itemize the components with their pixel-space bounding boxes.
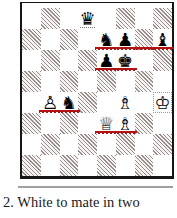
white-king-piece: ♔ <box>155 92 171 113</box>
square-d5[interactable] <box>78 71 97 92</box>
black-knight-piece: ♞ <box>98 29 114 50</box>
square-f1[interactable] <box>116 155 135 176</box>
square-a3[interactable] <box>22 113 41 134</box>
square-g1[interactable] <box>135 155 154 176</box>
white-bishop-piece: ♗ <box>117 113 133 134</box>
square-c2[interactable] <box>60 134 79 155</box>
square-f6[interactable]: ♚ <box>116 50 135 71</box>
square-f8[interactable] <box>116 8 135 29</box>
square-c1[interactable] <box>60 155 79 176</box>
square-e2[interactable] <box>97 134 116 155</box>
square-a7[interactable] <box>22 29 41 50</box>
square-f3[interactable]: ♗ <box>116 113 135 134</box>
square-e4[interactable] <box>97 92 116 113</box>
square-a5[interactable] <box>22 71 41 92</box>
square-h8[interactable] <box>153 8 172 29</box>
square-c5[interactable] <box>60 71 79 92</box>
black-queen-piece: ♛ <box>80 8 96 29</box>
square-a1[interactable] <box>22 155 41 176</box>
square-e8[interactable] <box>97 8 116 29</box>
square-d8[interactable]: ♛ <box>78 8 97 29</box>
black-bishop-piece: ♝ <box>155 29 171 50</box>
black-knight-piece: ♞ <box>61 92 77 113</box>
square-g2[interactable] <box>135 134 154 155</box>
square-a6[interactable] <box>22 50 41 71</box>
square-d4[interactable] <box>78 92 97 113</box>
white-bishop-piece: ♗ <box>117 92 133 113</box>
square-b2[interactable] <box>41 134 60 155</box>
square-h4[interactable]: ♔ <box>153 92 172 113</box>
board-grid: ♛♞♟♝♟♚♙♞♗♔♕♗ <box>22 8 172 176</box>
square-c3[interactable] <box>60 113 79 134</box>
square-f4[interactable]: ♗ <box>116 92 135 113</box>
square-f2[interactable] <box>116 134 135 155</box>
square-h5[interactable] <box>153 71 172 92</box>
square-b6[interactable] <box>41 50 60 71</box>
square-a2[interactable] <box>22 134 41 155</box>
black-pawn-piece: ♟ <box>117 29 133 50</box>
square-h2[interactable] <box>153 134 172 155</box>
white-pawn-piece: ♙ <box>42 92 58 113</box>
square-h6[interactable] <box>153 50 172 71</box>
square-a8[interactable] <box>22 8 41 29</box>
square-g8[interactable] <box>135 8 154 29</box>
black-king-piece: ♚ <box>117 50 133 71</box>
black-pawn-piece: ♟ <box>98 50 114 71</box>
puzzle-caption: 2. White to mate in two <box>3 193 175 211</box>
square-h1[interactable] <box>153 155 172 176</box>
square-g3[interactable] <box>135 113 154 134</box>
square-b8[interactable] <box>41 8 60 29</box>
square-b1[interactable] <box>41 155 60 176</box>
square-h7[interactable]: ♝ <box>153 29 172 50</box>
square-c4[interactable]: ♞ <box>60 92 79 113</box>
square-e1[interactable] <box>97 155 116 176</box>
square-c7[interactable] <box>60 29 79 50</box>
square-f5[interactable] <box>116 71 135 92</box>
square-g5[interactable] <box>135 71 154 92</box>
square-g6[interactable] <box>135 50 154 71</box>
square-b3[interactable] <box>41 113 60 134</box>
square-d1[interactable] <box>78 155 97 176</box>
divider-line <box>18 186 173 188</box>
square-h3[interactable] <box>153 113 172 134</box>
square-e5[interactable] <box>97 71 116 92</box>
square-c8[interactable] <box>60 8 79 29</box>
square-c6[interactable] <box>60 50 79 71</box>
square-d2[interactable] <box>78 134 97 155</box>
white-queen-piece: ♕ <box>98 113 114 134</box>
square-g4[interactable] <box>135 92 154 113</box>
square-b7[interactable] <box>41 29 60 50</box>
chess-board: ♛♞♟♝♟♚♙♞♗♔♕♗ <box>20 2 174 179</box>
square-b5[interactable] <box>41 71 60 92</box>
